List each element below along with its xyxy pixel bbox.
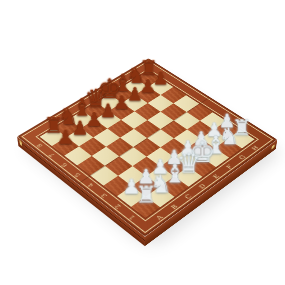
rank-label-8: 8 bbox=[35, 142, 43, 148]
piece-black-pawn: ♟ bbox=[43, 128, 87, 146]
file-label-g: G bbox=[238, 154, 247, 160]
brass-clasp-icon bbox=[271, 143, 275, 149]
rank-label-7: 7 bbox=[47, 151, 55, 157]
file-label-a: A bbox=[155, 214, 164, 221]
file-label-h: H bbox=[250, 145, 259, 151]
rank-label-3: 3 bbox=[99, 192, 108, 198]
rank-label-4: 4 bbox=[86, 181, 95, 187]
file-label-e: E bbox=[211, 173, 220, 179]
piece-white-rook: ♜ bbox=[121, 184, 169, 207]
file-label-c: C bbox=[184, 193, 193, 200]
file-label-f: F bbox=[225, 164, 234, 170]
rank-label-2: 2 bbox=[113, 202, 122, 208]
board-scene: ABCDEFGH12345678 ♜♞♝♛♚♝♞♜♟♟♟♟♟♟♟♟♟♟♟♟♟♟♟… bbox=[0, 0, 285, 285]
rank-label-5: 5 bbox=[72, 171, 81, 177]
file-label-d: D bbox=[198, 183, 207, 190]
rank-label-6: 6 bbox=[60, 161, 69, 167]
product-photo: ABCDEFGH12345678 ♜♞♝♛♚♝♞♜♟♟♟♟♟♟♟♟♟♟♟♟♟♟♟… bbox=[0, 0, 285, 285]
folding-chessboard: ABCDEFGH12345678 ♜♞♝♛♚♝♞♜♟♟♟♟♟♟♟♟♟♟♟♟♟♟♟… bbox=[17, 58, 277, 236]
file-label-b: B bbox=[169, 203, 178, 210]
rank-label-1: 1 bbox=[127, 213, 136, 220]
